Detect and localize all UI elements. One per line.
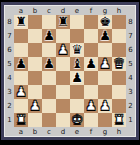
square-a3[interactable]: ♟ [14, 85, 28, 99]
rank-label-left-8: 8 [5, 15, 14, 29]
square-c8[interactable] [42, 15, 56, 29]
square-h3[interactable] [112, 85, 126, 99]
square-b4[interactable] [28, 71, 42, 85]
square-e7[interactable] [70, 29, 84, 43]
file-label-bottom-d: d [56, 127, 70, 136]
square-b1[interactable] [28, 113, 42, 127]
square-a4[interactable] [14, 71, 28, 85]
square-c2[interactable] [42, 99, 56, 113]
square-h1[interactable]: ♜ [112, 113, 126, 127]
file-label-top-c: c [42, 6, 56, 15]
square-d4[interactable] [56, 71, 70, 85]
rank-label-right-3: 3 [126, 85, 135, 99]
file-label-bottom-h: h [112, 127, 126, 136]
square-d3[interactable] [56, 85, 70, 99]
piece-black-pawn[interactable]: ♟ [42, 57, 56, 71]
square-c5[interactable]: ♟ [42, 57, 56, 71]
square-b3[interactable] [28, 85, 42, 99]
rank-label-left-2: 2 [5, 99, 14, 113]
square-h4[interactable] [112, 71, 126, 85]
rank-label-right-8: 8 [126, 15, 135, 29]
square-a8[interactable]: ♜ [14, 15, 28, 29]
square-b7[interactable] [28, 29, 42, 43]
square-e2[interactable] [70, 99, 84, 113]
square-e5[interactable]: ♝ [70, 57, 84, 71]
file-label-bottom-e: e [70, 127, 84, 136]
rank-label-left-6: 6 [5, 43, 14, 57]
rank-label-right-2: 2 [126, 99, 135, 113]
rank-label-right-5: 5 [126, 57, 135, 71]
piece-black-rook[interactable]: ♜ [14, 15, 28, 29]
file-label-bottom-c: c [42, 127, 56, 136]
piece-white-pawn[interactable]: ♟ [14, 85, 28, 99]
square-f8[interactable] [84, 15, 98, 29]
square-b2[interactable]: ♟ [28, 99, 42, 113]
piece-black-pawn[interactable]: ♟ [70, 71, 84, 85]
rank-label-right-6: 6 [126, 43, 135, 57]
square-a6[interactable] [14, 43, 28, 57]
square-g2[interactable]: ♟ [98, 99, 112, 113]
piece-black-pawn[interactable]: ♟ [42, 29, 56, 43]
square-g8[interactable]: ♚ [98, 15, 112, 29]
square-g7[interactable]: ♟ [98, 29, 112, 43]
square-d8[interactable]: ♜ [56, 15, 70, 29]
piece-white-pawn[interactable]: ♟ [56, 43, 70, 57]
square-g4[interactable] [98, 71, 112, 85]
square-g6[interactable] [98, 43, 112, 57]
file-label-top-e: e [70, 6, 84, 15]
square-g1[interactable] [98, 113, 112, 127]
piece-white-pawn[interactable]: ♟ [28, 99, 42, 113]
file-label-bottom-g: g [98, 127, 112, 136]
piece-black-rook[interactable]: ♜ [56, 15, 70, 29]
board-panel: abcdefgh8♜♜♚87♟♟76♟♛65♟♟♝♟♟♛54♟43♟32♟♟♟2… [4, 5, 136, 137]
corner-bottom-right [126, 127, 135, 136]
file-label-top-h: h [112, 6, 126, 15]
square-e1[interactable]: ♚ [70, 113, 84, 127]
square-a1[interactable]: ♜ [14, 113, 28, 127]
rank-label-left-3: 3 [5, 85, 14, 99]
square-e6[interactable]: ♛ [70, 43, 84, 57]
square-b6[interactable] [28, 43, 42, 57]
piece-black-pawn[interactable]: ♟ [84, 57, 98, 71]
square-g5[interactable]: ♟ [98, 57, 112, 71]
file-label-bottom-f: f [84, 127, 98, 136]
piece-white-rook[interactable]: ♜ [112, 113, 126, 127]
square-d6[interactable]: ♟ [56, 43, 70, 57]
square-c3[interactable] [42, 85, 56, 99]
piece-black-pawn[interactable]: ♟ [14, 57, 28, 71]
file-label-top-f: f [84, 6, 98, 15]
square-c1[interactable] [42, 113, 56, 127]
square-b5[interactable] [28, 57, 42, 71]
rank-label-right-7: 7 [126, 29, 135, 43]
square-d1[interactable] [56, 113, 70, 127]
piece-white-king[interactable]: ♚ [70, 113, 84, 127]
corner-bottom-left [5, 127, 14, 136]
piece-white-queen[interactable]: ♛ [112, 57, 126, 71]
piece-black-pawn[interactable]: ♟ [98, 29, 112, 43]
rank-label-right-4: 4 [126, 71, 135, 85]
rank-label-left-4: 4 [5, 71, 14, 85]
square-f2[interactable]: ♟ [84, 99, 98, 113]
square-h2[interactable] [112, 99, 126, 113]
square-h6[interactable] [112, 43, 126, 57]
square-a5[interactable]: ♟ [14, 57, 28, 71]
square-h5[interactable]: ♛ [112, 57, 126, 71]
square-f6[interactable] [84, 43, 98, 57]
piece-white-pawn[interactable]: ♟ [84, 99, 98, 113]
piece-white-pawn[interactable]: ♟ [98, 57, 112, 71]
square-f4[interactable] [84, 71, 98, 85]
square-f7[interactable] [84, 29, 98, 43]
file-label-bottom-a: a [14, 127, 28, 136]
piece-black-bishop[interactable]: ♝ [70, 57, 84, 71]
corner-top-right [126, 6, 135, 15]
square-h7[interactable] [112, 29, 126, 43]
square-e4[interactable]: ♟ [70, 71, 84, 85]
file-label-top-b: b [28, 6, 42, 15]
square-e3[interactable] [70, 85, 84, 99]
square-d5[interactable] [56, 57, 70, 71]
piece-white-rook[interactable]: ♜ [14, 113, 28, 127]
square-f1[interactable] [84, 113, 98, 127]
rank-label-left-1: 1 [5, 113, 14, 127]
square-h8[interactable] [112, 15, 126, 29]
square-c6[interactable] [42, 43, 56, 57]
square-a2[interactable] [14, 99, 28, 113]
piece-black-queen[interactable]: ♛ [70, 43, 84, 57]
square-b8[interactable] [28, 15, 42, 29]
chess-diagram-screenshot: abcdefgh8♜♜♚87♟♟76♟♛65♟♟♝♟♟♛54♟43♟32♟♟♟2… [0, 0, 140, 145]
board-frame: abcdefgh8♜♜♚87♟♟76♟♛65♟♟♝♟♟♛54♟43♟32♟♟♟2… [1, 2, 139, 140]
file-label-bottom-b: b [28, 127, 42, 136]
rank-label-left-7: 7 [5, 29, 14, 43]
rank-label-right-1: 1 [126, 113, 135, 127]
corner-top-left [5, 6, 14, 15]
square-c7[interactable]: ♟ [42, 29, 56, 43]
square-e8[interactable] [70, 15, 84, 29]
square-f5[interactable]: ♟ [84, 57, 98, 71]
piece-white-pawn[interactable]: ♟ [98, 99, 112, 113]
square-d2[interactable] [56, 99, 70, 113]
rank-label-left-5: 5 [5, 57, 14, 71]
square-a7[interactable] [14, 29, 28, 43]
piece-black-king[interactable]: ♚ [98, 15, 112, 29]
square-c4[interactable] [42, 71, 56, 85]
square-d7[interactable] [56, 29, 70, 43]
square-f3[interactable] [84, 85, 98, 99]
square-g3[interactable] [98, 85, 112, 99]
